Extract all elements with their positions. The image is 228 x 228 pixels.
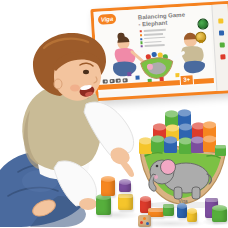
pointing-finger: [120, 160, 135, 177]
floor-block-orange-cylinder: [101, 179, 115, 196]
box-side-panel: [211, 4, 228, 91]
floor-block-green-cylinder: [96, 197, 111, 215]
product-photo-scene: Viga Balancing Game - Elephant: [0, 0, 228, 228]
die-dot: [146, 222, 149, 225]
side-panel-dot: [218, 18, 223, 23]
stacked-block: [215, 145, 226, 156]
toddler-ear: [54, 79, 62, 89]
stacked-block: [151, 136, 164, 152]
age-badge: 3+: [179, 74, 194, 86]
toddler-eye: [83, 70, 89, 74]
floor-block-yellow-cylinder: [187, 211, 197, 222]
side-panel-dot: [220, 42, 225, 47]
floor-block-wooden-die: [138, 215, 151, 227]
stacked-block: [178, 110, 191, 126]
floor-block-green-cube: [163, 204, 174, 216]
stacked-block: [165, 111, 178, 127]
floor-block-green-cylinder: [212, 208, 227, 222]
floor-block-yellow-cube: [118, 194, 133, 210]
floor-block-purple-cylinder: [119, 182, 131, 192]
floor-block-blue-cylinder: [177, 206, 187, 218]
stacked-block: [191, 137, 204, 153]
stacked-blocks: [139, 110, 226, 156]
die-dot: [143, 217, 146, 220]
die-dot: [140, 221, 143, 224]
stacked-block: [203, 136, 216, 152]
stacked-block: [179, 124, 192, 140]
stacked-block: [164, 137, 177, 153]
side-panel-dot: [219, 30, 224, 35]
stacked-block: [203, 122, 216, 138]
side-panel-dot: [220, 54, 225, 59]
stacked-block: [179, 138, 192, 154]
